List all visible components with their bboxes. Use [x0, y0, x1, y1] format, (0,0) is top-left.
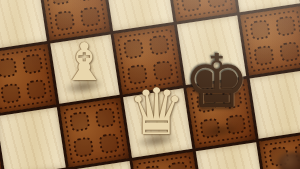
white-queen[interactable]: ♛ — [127, 80, 184, 144]
square-f4[interactable]: ♚ — [186, 79, 255, 148]
carved-clover-motif — [62, 100, 127, 165]
square-g4[interactable] — [250, 69, 300, 138]
chess-photo: ♝♛♚ — [0, 0, 300, 169]
carved-clover-motif — [0, 46, 54, 111]
white-bishop[interactable]: ♝ — [61, 36, 108, 88]
black-king[interactable]: ♚ — [183, 44, 249, 118]
square-d5[interactable]: ♝ — [50, 34, 119, 103]
chess-board: ♝♛♚ — [0, 0, 300, 169]
carved-clover-motif — [242, 8, 300, 73]
square-c6[interactable] — [0, 0, 47, 50]
square-e4[interactable]: ♛ — [123, 88, 192, 157]
square-c4[interactable] — [0, 107, 66, 169]
carved-clover-motif — [135, 154, 200, 169]
square-d4[interactable] — [60, 98, 129, 167]
square-c5[interactable] — [0, 44, 56, 113]
